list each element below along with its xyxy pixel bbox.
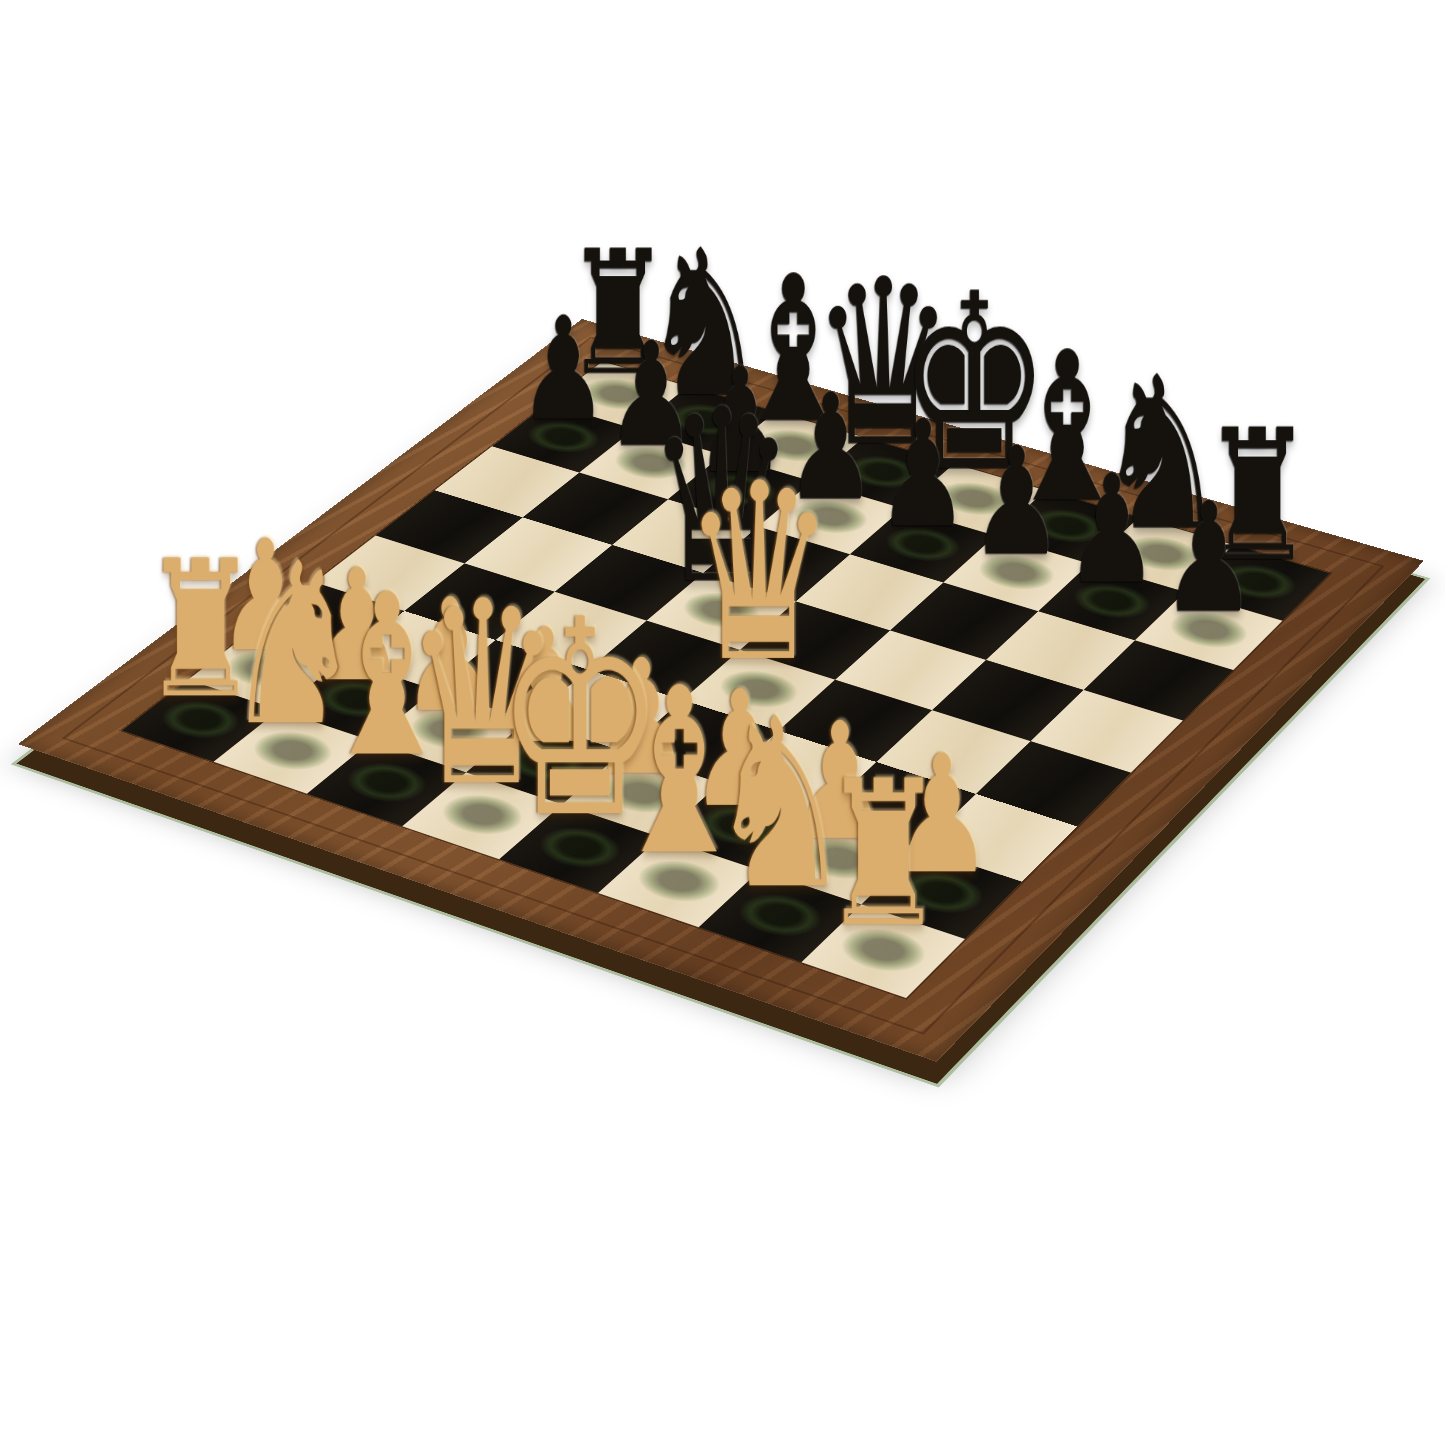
piece-black-pawn-g7[interactable]: ♟ xyxy=(1065,459,1159,602)
piece-white-rook-h1[interactable]: ♜ xyxy=(821,759,947,950)
piece-black-pawn-f7[interactable]: ♟ xyxy=(970,432,1063,573)
chess-board: ♜♞♝♛♚♝♞♜♟♟♟♟♟♟♟♟♛♛♟♟♟♟♟♟♟♟♜♞♝♛♚♝♞♜ xyxy=(18,319,1424,1062)
board-grid: ♜♞♝♛♚♝♞♜♟♟♟♟♟♟♟♟♛♛♟♟♟♟♟♟♟♟♜♞♝♛♚♝♞♜ xyxy=(122,362,1330,999)
piece-black-pawn-h7[interactable]: ♟ xyxy=(1162,487,1257,631)
walnut-frame: ♜♞♝♛♚♝♞♜♟♟♟♟♟♟♟♟♛♛♟♟♟♟♟♟♟♟♜♞♝♛♚♝♞♜ xyxy=(18,319,1424,1062)
studio-scene: ♜♞♝♛♚♝♞♜♟♟♟♟♟♟♟♟♛♛♟♟♟♟♟♟♟♟♜♞♝♛♚♝♞♜ xyxy=(0,0,1445,1444)
square-h1[interactable]: ♜ xyxy=(801,904,964,998)
piece-black-pawn-e7[interactable]: ♟ xyxy=(877,405,969,545)
piece-black-pawn-a7[interactable]: ♟ xyxy=(519,302,608,438)
